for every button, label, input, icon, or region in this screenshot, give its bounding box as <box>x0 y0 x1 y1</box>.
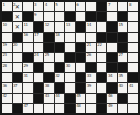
black-cell-r3c4 <box>34 22 44 31</box>
cell-r11c12[interactable] <box>118 104 128 113</box>
clue-number: 40 <box>118 83 123 88</box>
cell-r4c9[interactable] <box>86 33 96 42</box>
cell-r10c6[interactable]: 44 <box>55 94 65 103</box>
black-cell-r2c9 <box>86 12 96 21</box>
clue-number: 26 <box>86 53 91 58</box>
black-cell-r7c9 <box>86 63 96 72</box>
cell-r2c4[interactable]: 9 <box>34 12 44 21</box>
cell-r5c10[interactable]: 22 <box>97 43 107 52</box>
cell-r11c3[interactable]: 47 <box>23 104 33 113</box>
black-cell-r7c4 <box>34 63 44 72</box>
cell-r3c12[interactable]: 15 <box>118 22 128 31</box>
cell-r9c1[interactable]: 36 <box>2 83 12 92</box>
cell-r10c9[interactable] <box>86 94 96 103</box>
cell-r11c1[interactable] <box>2 104 12 113</box>
black-cell-r9c6 <box>55 83 65 92</box>
clue-number: 24 <box>34 53 39 58</box>
clue-number: 32 <box>55 73 60 78</box>
cell-r9c5[interactable]: 38 <box>44 83 54 92</box>
cell-r11c11[interactable]: 49 <box>107 104 117 113</box>
clue-number: 17 <box>34 33 39 38</box>
cell-r6c12[interactable]: 27 <box>118 53 128 62</box>
cell-r5c2[interactable]: 20 <box>13 43 23 52</box>
cell-r10c3[interactable] <box>23 94 33 103</box>
clue-number: 46 <box>107 94 112 99</box>
clue-number: 3 <box>34 2 37 7</box>
cell-r7c8[interactable] <box>76 63 86 72</box>
cell-r6c5[interactable]: 25 <box>44 53 54 62</box>
cell-r4c7[interactable] <box>65 33 75 42</box>
clue-number: 41 <box>128 83 133 88</box>
cell-r6c6[interactable] <box>55 53 65 62</box>
cell-r1c5[interactable]: 4 <box>44 2 54 11</box>
pencil-scribble: ✕ <box>13 2 23 11</box>
cell-r9c10[interactable] <box>97 83 107 92</box>
black-cell-r4c5 <box>44 33 54 42</box>
cell-r10c13[interactable] <box>128 94 138 103</box>
black-cell-r5c12 <box>118 43 128 52</box>
clue-number: 44 <box>55 94 60 99</box>
cell-r10c1[interactable]: 42 <box>2 94 12 103</box>
cell-r10c8[interactable]: 45 <box>76 94 86 103</box>
black-cell-r8c13 <box>128 73 138 82</box>
cell-r4c1[interactable] <box>2 33 12 42</box>
clue-number: 45 <box>76 94 81 99</box>
clue-number: 7 <box>107 2 110 7</box>
clue-number: 20 <box>13 43 18 48</box>
pencil-scribble: ✕ <box>13 12 23 21</box>
cell-r2c8[interactable] <box>76 12 86 21</box>
clue-number: 14 <box>86 22 91 27</box>
clue-number: 47 <box>23 104 28 109</box>
cell-r7c5[interactable] <box>44 63 54 72</box>
cell-r11c6[interactable] <box>55 104 65 113</box>
black-cell-r2c10 <box>97 12 107 21</box>
cell-r10c11[interactable]: 46 <box>107 94 117 103</box>
cell-r4c6[interactable]: 18 <box>55 33 65 42</box>
clue-number: 12 <box>44 22 49 27</box>
cell-r9c2[interactable]: 37 <box>13 83 23 92</box>
clue-number: 15 <box>118 22 123 27</box>
cell-r9c7[interactable] <box>65 83 75 92</box>
cell-r5c3[interactable] <box>23 43 33 52</box>
clue-number: 25 <box>44 53 49 58</box>
cell-r11c8[interactable]: 48 <box>76 104 86 113</box>
clue-number: 4 <box>44 2 47 7</box>
cell-r7c10[interactable] <box>97 63 107 72</box>
clue-number: 42 <box>2 94 7 99</box>
clue-number: 35 <box>118 73 123 78</box>
clue-number: 28 <box>2 63 7 68</box>
cell-r10c2[interactable] <box>13 94 23 103</box>
cell-r3c3[interactable]: 11 <box>23 22 33 31</box>
cell-r8c1[interactable] <box>2 73 12 82</box>
black-cell-r6c3 <box>23 53 33 62</box>
black-cell-r11c10 <box>97 104 107 113</box>
cell-r8c3[interactable]: 31 <box>23 73 33 82</box>
black-cell-r9c8 <box>76 83 86 92</box>
cell-r5c9[interactable]: 21 <box>86 43 96 52</box>
cell-r6c4[interactable]: 24 <box>34 53 44 62</box>
cell-r8c9[interactable]: 33 <box>86 73 96 82</box>
cell-r6c9[interactable]: 26 <box>86 53 96 62</box>
cell-r1c9[interactable] <box>86 2 96 11</box>
cell-r4c4[interactable]: 17 <box>34 33 44 42</box>
clue-number: 29 <box>23 63 28 68</box>
cell-r11c9[interactable] <box>86 104 96 113</box>
cell-r3c13[interactable] <box>128 22 138 31</box>
cell-r1c4[interactable]: 3 <box>34 2 44 11</box>
clue-number: 21 <box>86 43 91 48</box>
clue-number: 37 <box>13 83 18 88</box>
clue-number: 22 <box>97 43 102 48</box>
cell-r7c13[interactable] <box>128 63 138 72</box>
clue-number: 13 <box>65 22 70 27</box>
black-cell-r6c8 <box>76 53 86 62</box>
clue-number: 19 <box>2 43 7 48</box>
cell-r7c2[interactable] <box>13 63 23 72</box>
black-cell-r2c7 <box>65 12 75 21</box>
cell-r1c11[interactable]: 7 <box>107 2 117 11</box>
cell-r1c6[interactable]: 5 <box>55 2 65 11</box>
black-cell-r4c2 <box>13 33 23 42</box>
black-cell-r8c8 <box>76 73 86 82</box>
black-cell-r10c7 <box>65 94 75 103</box>
black-cell-r3c8 <box>76 22 86 31</box>
black-cell-r5c6 <box>55 43 65 52</box>
cell-r2c13[interactable] <box>128 12 138 21</box>
cell-r11c5[interactable] <box>44 104 54 113</box>
cell-r2c5[interactable] <box>44 12 54 21</box>
cell-r8c4[interactable] <box>34 73 44 82</box>
cell-r1c12[interactable] <box>118 2 128 11</box>
clue-number: 49 <box>107 104 112 109</box>
pencil-scribble: ✕ <box>13 22 23 31</box>
black-cell-r2c12 <box>118 12 128 21</box>
cell-r3c9[interactable]: 14 <box>86 22 96 31</box>
cell-r3c1[interactable]: 10 <box>2 22 12 31</box>
cell-r9c12[interactable]: 40 <box>118 83 128 92</box>
cell-r10c5[interactable]: 43 <box>44 94 54 103</box>
black-cell-r10c4 <box>34 94 44 103</box>
cell-r8c7[interactable] <box>65 73 75 82</box>
black-cell-r4c11 <box>107 33 117 42</box>
cell-r8c12[interactable]: 35 <box>118 73 128 82</box>
cell-r8c6[interactable]: 32 <box>55 73 65 82</box>
cell-r3c5[interactable]: 12 <box>44 22 54 31</box>
cell-r9c3[interactable] <box>23 83 33 92</box>
clue-number: 38 <box>44 83 49 88</box>
cell-r5c11[interactable] <box>107 43 117 52</box>
cell-r7c3[interactable]: 29 <box>23 63 33 72</box>
cell-r5c7[interactable] <box>65 43 75 52</box>
black-cell-r8c5 <box>44 73 54 82</box>
clue-number: 23 <box>2 53 7 58</box>
black-cell-r11c7 <box>65 104 75 113</box>
clue-number: 16 <box>23 33 28 38</box>
cell-r3c10[interactable] <box>97 22 107 31</box>
cell-r11c4[interactable] <box>34 104 44 113</box>
black-cell-r4c12 <box>118 33 128 42</box>
cell-r7c7[interactable]: 30 <box>65 63 75 72</box>
black-cell-r4c10 <box>97 33 107 42</box>
black-cell-r9c4 <box>34 83 44 92</box>
cell-r7c1[interactable]: 28 <box>2 63 12 72</box>
black-cell-r8c2 <box>13 73 23 82</box>
black-cell-r9c11 <box>107 83 117 92</box>
cell-r3c6[interactable] <box>55 22 65 31</box>
cell-r9c9[interactable]: 39 <box>86 83 96 92</box>
cell-r6c2[interactable] <box>13 53 23 62</box>
clue-number: 39 <box>86 83 91 88</box>
black-cell-r2c3 <box>23 12 33 21</box>
clue-number: 8 <box>128 2 131 7</box>
cell-r1c3[interactable] <box>23 2 33 11</box>
clue-number: 36 <box>2 83 7 88</box>
cell-r9c13[interactable]: 41 <box>128 83 138 92</box>
cell-r2c2[interactable]: ✕ <box>13 12 23 21</box>
clue-number: 31 <box>23 73 28 78</box>
clue-number: 1 <box>2 2 5 7</box>
clue-number: 33 <box>86 73 91 78</box>
cell-r6c10[interactable] <box>97 53 107 62</box>
clue-number: 9 <box>34 12 37 17</box>
clue-number: 18 <box>55 33 60 38</box>
black-cell-r1c10 <box>97 2 107 11</box>
cell-r4c8[interactable] <box>76 33 86 42</box>
black-cell-r11c2 <box>13 104 23 113</box>
cell-r1c13[interactable]: 8 <box>128 2 138 11</box>
black-cell-r10c12 <box>118 94 128 103</box>
clue-number: 11 <box>23 22 28 27</box>
clue-number: 10 <box>2 22 7 27</box>
black-cell-r10c10 <box>97 94 107 103</box>
clue-number: 48 <box>76 104 81 109</box>
black-cell-r5c8 <box>76 43 86 52</box>
black-cell-r6c11 <box>107 53 117 62</box>
cell-r8c11[interactable]: 34 <box>107 73 117 82</box>
crossword-grid: 12✕345678✕910✕11121314151617181920212223… <box>0 0 140 115</box>
cell-r5c1[interactable]: 19 <box>2 43 12 52</box>
cell-r11c13[interactable] <box>128 104 138 113</box>
clue-number: 34 <box>107 73 112 78</box>
black-cell-r3c11 <box>107 22 117 31</box>
black-cell-r7c11 <box>107 63 117 72</box>
cell-r2c11[interactable] <box>107 12 117 21</box>
cell-r1c8[interactable]: 6 <box>76 2 86 11</box>
black-cell-r2c1 <box>2 12 12 21</box>
clue-number: 43 <box>44 94 49 99</box>
black-cell-r5c5 <box>44 43 54 52</box>
black-cell-r7c12 <box>118 63 128 72</box>
black-cell-r8c10 <box>97 73 107 82</box>
black-cell-r7c6 <box>55 63 65 72</box>
cell-r1c7[interactable] <box>65 2 75 11</box>
cell-r4c3[interactable]: 16 <box>23 33 33 42</box>
clue-number: 27 <box>118 53 123 58</box>
black-cell-r6c7 <box>65 53 75 62</box>
clue-number: 30 <box>65 63 70 68</box>
cell-r1c1[interactable]: 1 <box>2 2 12 11</box>
cell-r3c7[interactable]: 13 <box>65 22 75 31</box>
cell-r4c13[interactable] <box>128 33 138 42</box>
clue-number: 5 <box>55 2 58 7</box>
cell-r5c13[interactable] <box>128 43 138 52</box>
cell-r2c6[interactable] <box>55 12 65 21</box>
cell-r5c4[interactable] <box>34 43 44 52</box>
cell-r1c2[interactable]: 2✕ <box>13 2 23 11</box>
cell-r3c2[interactable]: ✕ <box>13 22 23 31</box>
cell-r6c13[interactable] <box>128 53 138 62</box>
cell-r6c1[interactable]: 23 <box>2 53 12 62</box>
clue-number: 6 <box>76 2 79 7</box>
